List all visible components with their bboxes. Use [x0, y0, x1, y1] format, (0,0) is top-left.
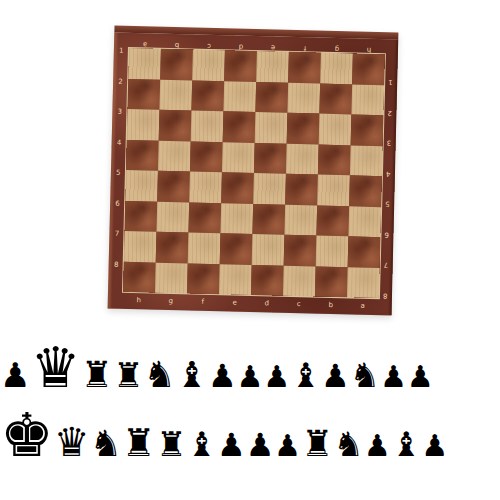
board-square [287, 113, 320, 144]
board-square [187, 263, 220, 294]
board-square [318, 144, 351, 175]
board-square [284, 204, 317, 235]
board-square [221, 172, 254, 203]
board-square [124, 231, 157, 262]
dark-piece-pawn: ♟ [380, 359, 407, 394]
board-square [348, 206, 381, 237]
coordinate-label: d [225, 42, 257, 50]
dark-piece-rook: ♜ [113, 355, 143, 395]
board-square [256, 51, 289, 82]
light-piece-pawn: ♟ [274, 428, 301, 463]
board-square [189, 171, 222, 202]
coordinate-label: 7 [114, 231, 119, 262]
light-piece-knight: ♞ [90, 423, 122, 464]
board-square [158, 140, 191, 171]
coordinate-label: 4 [116, 139, 121, 170]
light-piece-pawn: ♟ [217, 426, 246, 464]
coordinate-label: 8 [383, 268, 388, 299]
light-pieces-pile: ♚♛♞♜♜♝♟♟♟♜♞♟♝♟ [0, 400, 500, 470]
board-square [123, 261, 156, 292]
coordinate-label: c [193, 41, 225, 49]
board-square [348, 236, 381, 267]
light-piece-bishop: ♝ [391, 424, 421, 464]
light-piece-king: ♚ [0, 400, 54, 470]
coordinate-label: a [129, 39, 161, 47]
board-square [223, 81, 256, 112]
dark-piece-bishop: ♝ [176, 354, 208, 395]
coordinate-label: 5 [116, 170, 121, 201]
board-square [347, 267, 380, 298]
coordinate-label: b [315, 301, 347, 309]
board-square [319, 114, 352, 145]
dark-piece-queen: ♛ [30, 335, 80, 400]
board-square [285, 174, 318, 205]
light-piece-queen: ♛ [54, 419, 90, 465]
board-square [125, 170, 158, 201]
board-square [219, 264, 252, 295]
light-piece-rook: ♜ [156, 424, 186, 464]
dark-piece-pawn: ♟ [0, 355, 30, 395]
board-square [192, 49, 225, 80]
coordinate-label: 2 [118, 78, 123, 109]
dark-piece-pawn: ♟ [321, 357, 350, 395]
board-square [255, 82, 288, 113]
board-square [156, 232, 189, 263]
light-piece-pawn: ♟ [421, 428, 448, 463]
coordinate-label: g [321, 44, 353, 52]
board-square [350, 145, 383, 176]
coordinate-label: e [257, 43, 289, 51]
board-square [188, 202, 221, 233]
board-square [155, 262, 188, 293]
board-square [283, 265, 316, 296]
board-square [316, 205, 349, 236]
dark-piece-rook: ♜ [81, 354, 113, 395]
coordinate-label: 1 [388, 54, 393, 85]
board-square [255, 112, 288, 143]
coordinate-label: b [161, 40, 193, 48]
dark-piece-pawn: ♟ [208, 357, 237, 395]
coordinate-label: 2 [388, 85, 393, 116]
board-square [127, 109, 160, 140]
board-square [220, 203, 253, 234]
coordinate-label: 6 [385, 207, 390, 238]
board-square [156, 201, 189, 232]
board-square [160, 49, 193, 80]
coordinate-label: d [251, 299, 283, 307]
dark-piece-pawn: ♟ [264, 359, 291, 394]
light-piece-bishop: ♝ [187, 424, 217, 464]
light-piece-knight: ♞ [334, 424, 364, 464]
coordinate-label: 3 [387, 115, 392, 146]
dark-piece-knight: ♞ [350, 355, 380, 395]
board-square [220, 233, 253, 264]
coordinate-label: e [219, 299, 251, 307]
coordinate-label: f [187, 298, 219, 306]
light-piece-pawn: ♟ [364, 428, 391, 463]
board-square [351, 114, 384, 145]
board-square [252, 204, 285, 235]
board-square [128, 48, 161, 79]
board-square [288, 52, 321, 83]
coordinate-label: 1 [118, 48, 123, 79]
board-square [251, 264, 284, 295]
board-square [126, 139, 159, 170]
board-square [159, 79, 192, 110]
board-square [315, 266, 348, 297]
coordinate-label: 3 [117, 109, 122, 140]
board-square [352, 53, 385, 84]
coordinate-label: f [289, 43, 321, 51]
board-square [190, 141, 223, 172]
coordinate-label: 4 [386, 146, 391, 177]
board-square [188, 232, 221, 263]
dark-piece-pawn: ♟ [407, 359, 434, 394]
board-square [320, 53, 353, 84]
board-square [349, 175, 382, 206]
board-square [351, 84, 384, 115]
board-square [252, 234, 285, 265]
board-square [159, 110, 192, 141]
board-square [319, 83, 352, 114]
board-square [222, 142, 255, 173]
product-photo: abcdefgh hgfedcba 12345678 12345678 ♟♛♜♜… [0, 0, 500, 500]
board-square [317, 175, 350, 206]
coordinate-label: g [155, 297, 187, 305]
coordinate-label: c [283, 300, 315, 308]
coordinate-label: 6 [115, 200, 120, 231]
chess-board: abcdefgh hgfedcba 12345678 12345678 [108, 26, 399, 316]
board-square [284, 235, 317, 266]
board-square [223, 111, 256, 142]
board-square [224, 50, 257, 81]
board-square [253, 173, 286, 204]
coordinate-label: h [353, 45, 385, 53]
board-square [127, 78, 160, 109]
dark-piece-bishop: ♝ [291, 355, 321, 395]
board-square [157, 171, 190, 202]
board-square [254, 143, 287, 174]
dark-piece-pawn: ♟ [237, 359, 264, 394]
dark-piece-knight: ♞ [143, 354, 175, 395]
light-piece-pawn: ♟ [246, 426, 275, 464]
coordinate-label: 8 [113, 261, 118, 292]
coordinate-label: a [347, 302, 379, 310]
dark-pieces-pile: ♟♛♜♜♞♝♟♟♟♝♟♞♟♟ [0, 335, 500, 400]
coordinate-label: 5 [385, 176, 390, 207]
board-square [287, 82, 320, 113]
coordinate-label: 7 [384, 237, 389, 268]
coordinate-label: h [123, 296, 155, 304]
board-square [124, 200, 157, 231]
board-square [286, 143, 319, 174]
board-square [191, 80, 224, 111]
light-piece-rook: ♜ [122, 421, 156, 465]
board-square [316, 236, 349, 267]
light-piece-rook: ♜ [301, 423, 333, 464]
board-square [191, 110, 224, 141]
